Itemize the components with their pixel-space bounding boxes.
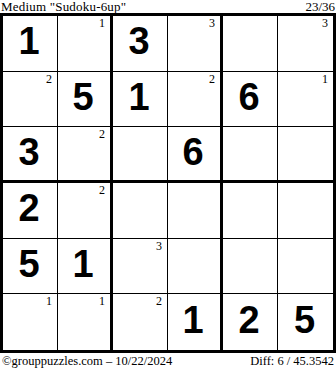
puzzle-page: Medium "Sudoku-6up" 23/36 11333251261326… (0, 0, 336, 370)
puzzle-counter: 23/36 (305, 0, 335, 13)
given-digit: 1 (72, 245, 93, 283)
puzzle-title: Medium "Sudoku-6up" (1, 0, 126, 13)
given-digit: 1 (128, 78, 149, 116)
cell-r6c2[interactable]: 1 (58, 294, 113, 350)
corner-mark: 3 (322, 17, 328, 29)
given-digit: 2 (18, 189, 39, 227)
cell-r6c6[interactable]: 5 (278, 294, 333, 350)
sudoku-board: 1133325126132622513112125 (0, 13, 336, 353)
cell-r4c2[interactable]: 2 (58, 183, 113, 239)
corner-mark: 2 (99, 184, 105, 196)
given-digit: 6 (238, 78, 259, 116)
cell-r3c5[interactable] (223, 127, 278, 183)
given-digit: 5 (72, 78, 93, 116)
cell-r4c3[interactable] (113, 183, 168, 239)
cell-r1c3[interactable]: 3 (113, 16, 168, 72)
corner-mark: 1 (99, 295, 105, 307)
cell-r4c1[interactable]: 2 (3, 183, 58, 239)
cell-r4c6[interactable] (278, 183, 333, 239)
cell-r5c6[interactable] (278, 239, 333, 295)
cell-r3c1[interactable]: 3 (3, 127, 58, 183)
cell-r2c3[interactable]: 1 (113, 72, 168, 128)
given-digit: 2 (238, 301, 259, 339)
given-digit: 3 (18, 133, 39, 171)
corner-mark: 1 (322, 73, 328, 85)
header: Medium "Sudoku-6up" 23/36 (0, 0, 336, 13)
cell-r5c3[interactable]: 3 (113, 239, 168, 295)
corner-mark: 2 (46, 73, 52, 85)
cell-r5c5[interactable] (223, 239, 278, 295)
given-digit: 6 (182, 133, 203, 171)
given-digit: 1 (18, 22, 39, 60)
corner-mark: 2 (156, 295, 162, 307)
cell-r2c1[interactable]: 2 (3, 72, 58, 128)
cell-r5c4[interactable] (168, 239, 223, 295)
corner-mark: 2 (99, 128, 105, 140)
corner-mark: 1 (99, 17, 105, 29)
cell-r4c5[interactable] (223, 183, 278, 239)
cell-r6c1[interactable]: 1 (3, 294, 58, 350)
corner-mark: 2 (209, 73, 215, 85)
cell-r1c4[interactable]: 3 (168, 16, 223, 72)
cell-r3c4[interactable]: 6 (168, 127, 223, 183)
corner-mark: 3 (156, 240, 162, 252)
given-digit: 5 (18, 245, 39, 283)
cell-r2c4[interactable]: 2 (168, 72, 223, 128)
cell-r5c1[interactable]: 5 (3, 239, 58, 295)
corner-mark: 1 (46, 295, 52, 307)
cell-r3c2[interactable]: 2 (58, 127, 113, 183)
footer: ©grouppuzzles.com – 10/22/2024 Diff: 6 /… (0, 353, 336, 370)
given-digit: 3 (128, 22, 149, 60)
cell-r2c6[interactable]: 1 (278, 72, 333, 128)
cell-r1c2[interactable]: 1 (58, 16, 113, 72)
cell-r1c1[interactable]: 1 (3, 16, 58, 72)
difficulty-text: Diff: 6 / 45.3542 (250, 354, 334, 369)
cell-r5c2[interactable]: 1 (58, 239, 113, 295)
given-digit: 5 (294, 301, 315, 339)
given-digit: 1 (182, 301, 203, 339)
cell-r3c3[interactable] (113, 127, 168, 183)
cell-r6c4[interactable]: 1 (168, 294, 223, 350)
cell-r3c6[interactable] (278, 127, 333, 183)
cell-r2c5[interactable]: 6 (223, 72, 278, 128)
cell-r6c3[interactable]: 2 (113, 294, 168, 350)
cell-r6c5[interactable]: 2 (223, 294, 278, 350)
cell-r4c4[interactable] (168, 183, 223, 239)
cell-r1c6[interactable]: 3 (278, 16, 333, 72)
corner-mark: 3 (209, 17, 215, 29)
credit-text: ©grouppuzzles.com – 10/22/2024 (2, 354, 172, 369)
cell-r1c5[interactable] (223, 16, 278, 72)
cell-r2c2[interactable]: 5 (58, 72, 113, 128)
